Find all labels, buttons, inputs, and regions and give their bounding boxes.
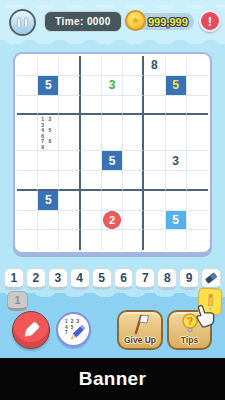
sudoku-cell-r2c3[interactable]: [59, 76, 80, 96]
coin-star-icon: ★: [131, 16, 140, 26]
sudoku-cell-r1c5[interactable]: [102, 56, 123, 76]
sudoku-cell-r5c1[interactable]: [17, 151, 38, 171]
sudoku-cell-r3c9[interactable]: [187, 96, 208, 116]
sudoku-cell-r1c4[interactable]: [81, 56, 102, 76]
sudoku-cell-r4c9[interactable]: [187, 115, 208, 151]
sudoku-cell-r4c2[interactable]: 1 2 34 5 67 8 9: [38, 115, 59, 151]
wave-edge-water: [0, 293, 225, 300]
sudoku-board: 85351 2 34 5 67 8 953525: [13, 52, 212, 254]
sudoku-cell-r8c2[interactable]: [38, 211, 59, 231]
sudoku-cell-r2c7[interactable]: [144, 76, 165, 96]
sudoku-cell-r6c6[interactable]: [123, 171, 144, 191]
sudoku-cell-r8c7[interactable]: [144, 211, 165, 231]
sudoku-game-screen: Time: 0000 ★ 999,999 ! 85351 2 34 5 67 8…: [0, 0, 225, 400]
sudoku-cell-r1c3[interactable]: [59, 56, 80, 76]
pause-button[interactable]: [9, 9, 36, 36]
sudoku-cell-r5c3[interactable]: [59, 151, 80, 171]
numpad-button-9[interactable]: 9: [179, 268, 199, 290]
sudoku-cell-r7c7[interactable]: [144, 191, 165, 211]
sudoku-cell-r6c2[interactable]: [38, 171, 59, 191]
digit-remaining-badge: 1: [7, 291, 28, 311]
white-flag-icon: [129, 312, 151, 336]
sudoku-cell-r6c3[interactable]: [59, 171, 80, 191]
sudoku-cell-r9c5[interactable]: [102, 230, 123, 250]
give-up-button[interactable]: Give Up: [117, 310, 163, 350]
sudoku-cell-r4c6[interactable]: [123, 115, 144, 151]
sudoku-cell-r9c7[interactable]: [144, 230, 165, 250]
error-digit-bubble: 2: [103, 211, 121, 229]
sudoku-cell-r8c1[interactable]: [17, 211, 38, 231]
sudoku-cell-r7c3[interactable]: [59, 191, 80, 211]
sudoku-cell-r4c1[interactable]: [17, 115, 38, 151]
sudoku-cell-r2c1[interactable]: [17, 76, 38, 96]
sudoku-cell-r9c6[interactable]: [123, 230, 144, 250]
sudoku-cell-r8c8[interactable]: 5: [166, 211, 187, 231]
sudoku-cell-r6c7[interactable]: [144, 171, 165, 191]
sudoku-cell-r1c7[interactable]: 8: [144, 56, 165, 76]
sudoku-cell-r9c8[interactable]: [166, 230, 187, 250]
sudoku-cell-r2c9[interactable]: [187, 76, 208, 96]
sudoku-cell-r1c6[interactable]: [123, 56, 144, 76]
sudoku-cell-r4c7[interactable]: [144, 115, 165, 151]
sudoku-cell-r8c3[interactable]: [59, 211, 80, 231]
sudoku-cell-r1c1[interactable]: [17, 56, 38, 76]
sudoku-cell-r2c2[interactable]: 5: [38, 76, 59, 96]
sudoku-cell-r9c3[interactable]: [59, 230, 80, 250]
sudoku-cell-r6c5[interactable]: [102, 171, 123, 191]
sudoku-cell-r9c2[interactable]: [38, 230, 59, 250]
sudoku-cell-r3c4[interactable]: [81, 96, 102, 116]
coin-icon: ★: [125, 10, 146, 31]
numpad-button-6[interactable]: 6: [114, 268, 134, 290]
sudoku-cell-r1c2[interactable]: [38, 56, 59, 76]
sudoku-cell-r5c6[interactable]: [123, 151, 144, 171]
sudoku-cell-r7c5[interactable]: [102, 191, 123, 211]
sudoku-cell-r5c9[interactable]: [187, 151, 208, 171]
marker-button[interactable]: [12, 311, 50, 349]
sudoku-cell-r1c8[interactable]: [166, 56, 187, 76]
sudoku-cell-r7c1[interactable]: [17, 191, 38, 211]
exclamation-icon: !: [208, 14, 212, 29]
numpad-button-8[interactable]: 8: [157, 268, 177, 290]
coin-balance-value: 999,999: [148, 13, 188, 30]
sudoku-cell-r5c5[interactable]: 5: [102, 151, 123, 171]
timer-display: Time: 0000: [44, 11, 122, 32]
sudoku-cell-r3c8[interactable]: [166, 96, 187, 116]
sudoku-cell-r7c8[interactable]: [166, 191, 187, 211]
sudoku-cell-r4c3[interactable]: [59, 115, 80, 151]
sudoku-cell-r3c5[interactable]: [102, 96, 123, 116]
numpad-button-5[interactable]: 5: [92, 268, 112, 290]
sudoku-cell-r8c9[interactable]: [187, 211, 208, 231]
sudoku-cell-r4c5[interactable]: [102, 115, 123, 151]
sudoku-cell-r3c2[interactable]: [38, 96, 59, 116]
sudoku-cell-r6c1[interactable]: [17, 171, 38, 191]
sudoku-cell-r9c9[interactable]: [187, 230, 208, 250]
sudoku-cell-r6c9[interactable]: [187, 171, 208, 191]
ad-banner-text: Banner: [79, 368, 146, 390]
sudoku-cell-r7c9[interactable]: [187, 191, 208, 211]
sudoku-cell-r9c4[interactable]: [81, 230, 102, 250]
marker-icon: [20, 319, 42, 341]
numpad-button-3[interactable]: 3: [48, 268, 68, 290]
sudoku-cell-r2c6[interactable]: [123, 76, 144, 96]
numpad-button-7[interactable]: 7: [135, 268, 155, 290]
sudoku-cell-r2c4[interactable]: [81, 76, 102, 96]
sudoku-cell-r1c9[interactable]: [187, 56, 208, 76]
sudoku-cell-r4c8[interactable]: [166, 115, 187, 151]
give-up-label: Give Up: [124, 335, 156, 345]
sudoku-cell-r4c4[interactable]: [81, 115, 102, 151]
sudoku-cell-r3c6[interactable]: [123, 96, 144, 116]
pause-icon: [24, 17, 28, 28]
sudoku-cell-r8c4[interactable]: [81, 211, 102, 231]
numpad: 123456789: [4, 268, 221, 290]
timer-label: Time: 0000: [55, 16, 111, 27]
pencil-marks-row: 7 8 9: [41, 139, 58, 150]
sudoku-cell-r6c8[interactable]: [166, 171, 187, 191]
sudoku-cell-r8c5[interactable]: 2: [102, 211, 123, 231]
sudoku-cell-r7c2[interactable]: 5: [38, 191, 59, 211]
eraser-icon: [204, 271, 218, 285]
sudoku-cell-r7c6[interactable]: [123, 191, 144, 211]
sudoku-cell-r6c4[interactable]: [81, 171, 102, 191]
sudoku-cell-r2c8[interactable]: 5: [166, 76, 187, 96]
pencil-icon: [66, 322, 88, 344]
sudoku-cell-r2c5[interactable]: 3: [102, 76, 123, 96]
sudoku-cell-r3c7[interactable]: [144, 96, 165, 116]
sudoku-cell-r5c2[interactable]: [38, 151, 59, 171]
digit-remaining-value: 1: [14, 294, 20, 306]
sudoku-board-grid: 85351 2 34 5 67 8 953525: [17, 56, 208, 250]
sudoku-cell-r3c3[interactable]: [59, 96, 80, 116]
numpad-button-4[interactable]: 4: [70, 268, 90, 290]
numpad-button-1[interactable]: 1: [4, 268, 24, 290]
wave-edge-upper: [0, 40, 225, 47]
notes-mode-button[interactable]: 1 2 3 4 5 7: [56, 312, 91, 347]
numpad-button-2[interactable]: 2: [26, 268, 46, 290]
sudoku-cell-r9c1[interactable]: [17, 230, 38, 250]
sudoku-cell-r5c8[interactable]: 3: [166, 151, 187, 171]
sudoku-cell-r5c4[interactable]: [81, 151, 102, 171]
pause-icon: [17, 17, 21, 28]
tips-label: Tips: [181, 335, 198, 345]
sudoku-cell-r8c6[interactable]: [123, 211, 144, 231]
ad-banner[interactable]: Banner: [0, 358, 225, 400]
alert-button[interactable]: !: [199, 10, 221, 32]
sudoku-cell-r5c7[interactable]: [144, 151, 165, 171]
sudoku-cell-r7c4[interactable]: [81, 191, 102, 211]
sudoku-cell-r3c1[interactable]: [17, 96, 38, 116]
